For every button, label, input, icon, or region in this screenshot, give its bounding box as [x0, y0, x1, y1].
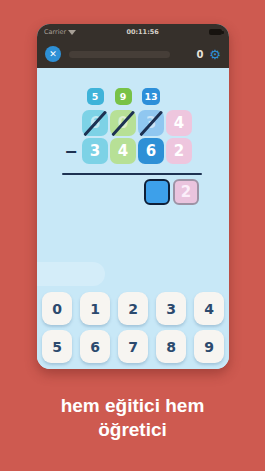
wifi-icon [68, 30, 76, 35]
status-bar: Carrier 00:11:56 [37, 24, 229, 40]
app-header: ✕ 0 ⚙ [37, 40, 229, 68]
minus-sign: − [61, 137, 81, 165]
key-8[interactable]: 8 [156, 330, 186, 363]
keypad-row-2: 5 6 7 8 9 [37, 330, 229, 363]
subtrahend-cell-tens-highlighted: 6 [138, 138, 164, 164]
caption-line-1: hem eğitici hem [0, 394, 265, 418]
key-3[interactable]: 3 [156, 292, 186, 325]
answer-digit-units: 2 [181, 183, 191, 201]
subtrahend-cell-hundreds: 4 [110, 138, 136, 164]
answer-cell-tens-active[interactable] [144, 179, 170, 205]
subtrahend-digit-tens: 6 [146, 142, 156, 160]
keypad-row-1: 0 1 2 3 4 [37, 292, 229, 325]
key-0[interactable]: 0 [42, 292, 72, 325]
score-counter: 0 [196, 49, 203, 60]
minuend-digit-units: 4 [174, 114, 184, 132]
progress-bar [69, 51, 170, 58]
key-1[interactable]: 1 [80, 292, 110, 325]
marketing-caption: hem eğitici hem öğretici [0, 394, 265, 442]
hint-pill [37, 262, 105, 286]
subtrahend-cell-thousands: 3 [82, 138, 108, 164]
key-7[interactable]: 7 [118, 330, 148, 363]
answer-cell-units[interactable]: 2 [173, 179, 199, 205]
caption-line-2: öğretici [0, 418, 265, 442]
carrier-label: Carrier [44, 28, 66, 36]
minuend-cell-units: 4 [166, 110, 192, 136]
status-time: 00:11:56 [126, 28, 158, 36]
borrow-cell-tens: 13 [142, 88, 159, 105]
phone-mockup: Carrier 00:11:56 ✕ 0 ⚙ 5 9 13 [37, 24, 229, 369]
answer-row: 2 [144, 179, 199, 205]
close-button[interactable]: ✕ [45, 46, 61, 62]
key-2[interactable]: 2 [118, 292, 148, 325]
minuend-cell-hundreds: 0 [110, 110, 136, 136]
subtrahend-digit-hundreds: 4 [118, 142, 128, 160]
borrow-cell-hundreds: 9 [115, 88, 132, 105]
minuend-cell-thousands: 6 [82, 110, 108, 136]
equals-rule-line [62, 173, 202, 175]
subtrahend-digit-thousands: 3 [90, 142, 100, 160]
subtrahend-cell-units: 2 [166, 138, 192, 164]
key-4[interactable]: 4 [194, 292, 224, 325]
key-5[interactable]: 5 [42, 330, 72, 363]
app-store-screenshot: Carrier 00:11:56 ✕ 0 ⚙ 5 9 13 [0, 0, 265, 471]
carrier-block: Carrier [44, 28, 76, 36]
battery-icon [209, 29, 222, 35]
gear-icon[interactable]: ⚙ [209, 48, 221, 61]
borrow-cell-thousands: 5 [87, 88, 104, 105]
subtraction-board: 5 9 13 6 0 3 4 [61, 88, 193, 165]
minuend-cell-tens: 3 [138, 110, 164, 136]
subtrahend-digit-units: 2 [174, 142, 184, 160]
game-screen: 5 9 13 6 0 3 4 [37, 68, 229, 369]
key-9[interactable]: 9 [194, 330, 224, 363]
gear-glyph: ⚙ [209, 47, 221, 62]
close-icon: ✕ [49, 49, 57, 59]
number-keypad: 0 1 2 3 4 5 6 7 8 9 [37, 292, 229, 368]
key-6[interactable]: 6 [80, 330, 110, 363]
